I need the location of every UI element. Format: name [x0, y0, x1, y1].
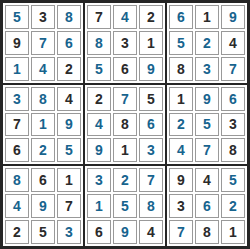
sudoku-cell-r9c9[interactable]: 1 [221, 220, 245, 244]
sudoku-cell-r7c7[interactable]: 9 [169, 168, 193, 192]
sudoku-box-3: 619524837 [166, 2, 248, 84]
sudoku-cell-r4c8[interactable]: 9 [195, 87, 219, 111]
sudoku-cell-r9c7[interactable]: 7 [169, 220, 193, 244]
sudoku-cell-r5c6[interactable]: 6 [139, 113, 163, 137]
sudoku-cell-r9c6[interactable]: 4 [139, 220, 163, 244]
sudoku-cell-r5c5[interactable]: 8 [113, 113, 137, 137]
sudoku-cell-r9c2[interactable]: 5 [31, 220, 55, 244]
sudoku-cell-r4c9[interactable]: 6 [221, 87, 245, 111]
sudoku-cell-r1c9[interactable]: 9 [221, 5, 245, 29]
sudoku-cell-r3c7[interactable]: 8 [169, 57, 193, 81]
sudoku-cell-r4c4[interactable]: 2 [87, 87, 111, 111]
sudoku-cell-r5c7[interactable]: 2 [169, 113, 193, 137]
sudoku-cell-r2c7[interactable]: 5 [169, 31, 193, 55]
sudoku-box-4: 384719625 [2, 84, 84, 166]
sudoku-cell-r8c1[interactable]: 4 [5, 194, 29, 218]
sudoku-cell-r2c4[interactable]: 8 [87, 31, 111, 55]
sudoku-cell-r6c7[interactable]: 4 [169, 138, 193, 162]
sudoku-cell-r7c3[interactable]: 1 [57, 168, 81, 192]
sudoku-cell-r1c3[interactable]: 8 [57, 5, 81, 29]
sudoku-cell-r5c3[interactable]: 9 [57, 113, 81, 137]
sudoku-cell-r8c6[interactable]: 8 [139, 194, 163, 218]
sudoku-cell-r1c7[interactable]: 6 [169, 5, 193, 29]
sudoku-cell-r6c2[interactable]: 2 [31, 138, 55, 162]
sudoku-cell-r2c5[interactable]: 3 [113, 31, 137, 55]
sudoku-cell-r5c1[interactable]: 7 [5, 113, 29, 137]
sudoku-cell-r7c9[interactable]: 5 [221, 168, 245, 192]
sudoku-cell-r8c2[interactable]: 9 [31, 194, 55, 218]
sudoku-cell-r6c6[interactable]: 3 [139, 138, 163, 162]
sudoku-cell-r8c4[interactable]: 1 [87, 194, 111, 218]
sudoku-cell-r8c3[interactable]: 7 [57, 194, 81, 218]
sudoku-cell-r4c3[interactable]: 4 [57, 87, 81, 111]
sudoku-cell-r7c6[interactable]: 7 [139, 168, 163, 192]
sudoku-cell-r3c9[interactable]: 7 [221, 57, 245, 81]
sudoku-cell-r8c8[interactable]: 6 [195, 194, 219, 218]
sudoku-cell-r1c4[interactable]: 7 [87, 5, 111, 29]
sudoku-cell-r2c3[interactable]: 6 [57, 31, 81, 55]
sudoku-cell-r7c1[interactable]: 8 [5, 168, 29, 192]
sudoku-cell-r8c5[interactable]: 5 [113, 194, 137, 218]
sudoku-cell-r3c4[interactable]: 5 [87, 57, 111, 81]
sudoku-cell-r9c8[interactable]: 8 [195, 220, 219, 244]
sudoku-cell-r2c9[interactable]: 4 [221, 31, 245, 55]
sudoku-cell-r9c1[interactable]: 2 [5, 220, 29, 244]
sudoku-cell-r1c6[interactable]: 2 [139, 5, 163, 29]
sudoku-cell-r9c3[interactable]: 3 [57, 220, 81, 244]
sudoku-cell-r2c8[interactable]: 2 [195, 31, 219, 55]
sudoku-box-5: 275486913 [84, 84, 166, 166]
sudoku-cell-r4c5[interactable]: 7 [113, 87, 137, 111]
sudoku-cell-r1c5[interactable]: 4 [113, 5, 137, 29]
sudoku-cell-r2c6[interactable]: 1 [139, 31, 163, 55]
sudoku-cell-r2c1[interactable]: 9 [5, 31, 29, 55]
sudoku-box-8: 327158694 [84, 165, 166, 247]
sudoku-cell-r3c1[interactable]: 1 [5, 57, 29, 81]
sudoku-cell-r9c5[interactable]: 9 [113, 220, 137, 244]
sudoku-cell-r1c1[interactable]: 5 [5, 5, 29, 29]
sudoku-cell-r4c2[interactable]: 8 [31, 87, 55, 111]
sudoku-cell-r9c4[interactable]: 6 [87, 220, 111, 244]
sudoku-box-2: 742831569 [84, 2, 166, 84]
sudoku-cell-r5c9[interactable]: 3 [221, 113, 245, 137]
sudoku-cell-r7c4[interactable]: 3 [87, 168, 111, 192]
sudoku-cell-r6c8[interactable]: 7 [195, 138, 219, 162]
sudoku-cell-r4c7[interactable]: 1 [169, 87, 193, 111]
sudoku-cell-r2c2[interactable]: 7 [31, 31, 55, 55]
sudoku-cell-r6c9[interactable]: 8 [221, 138, 245, 162]
sudoku-cell-r3c3[interactable]: 2 [57, 57, 81, 81]
sudoku-cell-r7c2[interactable]: 6 [31, 168, 55, 192]
sudoku-cell-r4c1[interactable]: 3 [5, 87, 29, 111]
sudoku-cell-r6c5[interactable]: 1 [113, 138, 137, 162]
sudoku-cell-r1c2[interactable]: 3 [31, 5, 55, 29]
sudoku-cell-r4c6[interactable]: 5 [139, 87, 163, 111]
sudoku-cell-r1c8[interactable]: 1 [195, 5, 219, 29]
sudoku-cell-r5c8[interactable]: 5 [195, 113, 219, 137]
sudoku-box-7: 861497253 [2, 165, 84, 247]
sudoku-cell-r5c4[interactable]: 4 [87, 113, 111, 137]
sudoku-cell-r3c8[interactable]: 3 [195, 57, 219, 81]
sudoku-cell-r3c6[interactable]: 9 [139, 57, 163, 81]
sudoku-cell-r3c2[interactable]: 4 [31, 57, 55, 81]
sudoku-box-6: 196253478 [166, 84, 248, 166]
sudoku-cell-r8c7[interactable]: 3 [169, 194, 193, 218]
sudoku-box-1: 538976142 [2, 2, 84, 84]
sudoku-box-9: 945362781 [166, 165, 248, 247]
sudoku-cell-r6c4[interactable]: 9 [87, 138, 111, 162]
sudoku-cell-r6c3[interactable]: 5 [57, 138, 81, 162]
sudoku-cell-r6c1[interactable]: 6 [5, 138, 29, 162]
sudoku-cell-r5c2[interactable]: 1 [31, 113, 55, 137]
sudoku-board: 5389761427428315696195248373847196252754… [0, 0, 250, 249]
sudoku-cell-r7c5[interactable]: 2 [113, 168, 137, 192]
sudoku-cell-r8c9[interactable]: 2 [221, 194, 245, 218]
sudoku-cell-r3c5[interactable]: 6 [113, 57, 137, 81]
sudoku-cell-r7c8[interactable]: 4 [195, 168, 219, 192]
